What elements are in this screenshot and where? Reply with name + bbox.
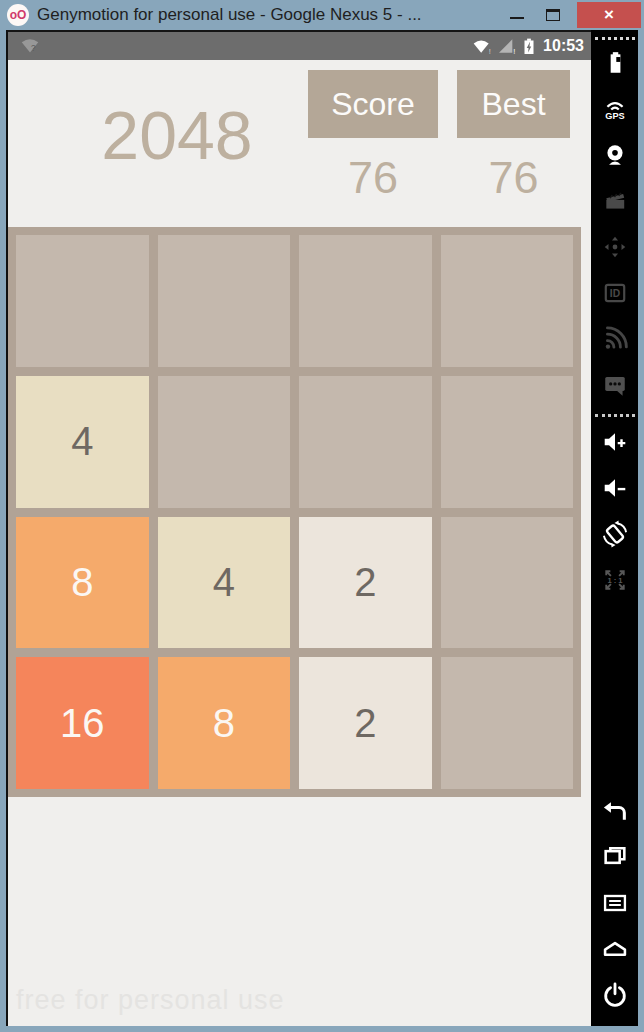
genymotion-logo-icon: oO: [7, 4, 29, 26]
tile-r4c4: [441, 657, 574, 789]
home-icon: [601, 935, 629, 963]
tile-r2c3: [299, 376, 432, 508]
android-back-button[interactable]: [591, 788, 638, 834]
maximize-button[interactable]: [535, 2, 571, 28]
close-button[interactable]: ×: [577, 2, 641, 28]
genymotion-toolbar: GPS: [591, 30, 638, 1026]
menu-icon: [601, 889, 629, 917]
minimize-button[interactable]: [499, 2, 535, 28]
tile-r1c4: [441, 235, 574, 367]
game-board[interactable]: 48421682: [8, 227, 581, 797]
move-tool-button[interactable]: [591, 224, 638, 270]
cell-signal-alert-icon: !: [496, 36, 517, 56]
identifiers-tool-button[interactable]: ID: [591, 270, 638, 316]
move-dpad-icon: [602, 234, 628, 260]
tile-r4c2: 8: [158, 657, 291, 789]
tile-r2c1: 4: [16, 376, 149, 508]
rotate-screen-icon: [601, 520, 629, 548]
volume-down-button[interactable]: [591, 465, 638, 511]
score-value: 76: [308, 152, 438, 204]
gps-icon: GPS: [602, 96, 628, 122]
score-label: Score: [331, 86, 415, 123]
tile-r3c3: 2: [299, 517, 432, 649]
android-home-button[interactable]: [591, 926, 638, 972]
rotate-screen-button[interactable]: [591, 511, 638, 557]
power-button[interactable]: [591, 972, 638, 1018]
toolbar-dotted-divider: [595, 414, 635, 417]
pixel-perfect-button[interactable]: 1 : 1: [591, 557, 638, 603]
svg-text:?: ?: [31, 44, 36, 53]
license-watermark: free for personal use: [16, 985, 285, 1016]
id-icon: ID: [602, 280, 628, 306]
pixel-perfect-icon: 1 : 1: [601, 566, 629, 594]
minimize-icon: [510, 17, 524, 19]
emulator-screen: ? ! ! 10:53 204: [6, 30, 591, 1026]
tile-r1c2: [158, 235, 291, 367]
battery-icon: [602, 50, 628, 76]
window-title: Genymotion for personal use - Google Nex…: [37, 5, 499, 25]
best-label: Best: [481, 86, 545, 123]
tile-r1c1: [16, 235, 149, 367]
android-status-bar: ? ! ! 10:53: [8, 30, 591, 60]
window-titlebar[interactable]: oO Genymotion for personal use - Google …: [0, 0, 644, 30]
broadcast-icon: [602, 326, 628, 352]
svg-text:!: !: [513, 47, 515, 56]
tile-r3c1: 8: [16, 517, 149, 649]
screencast-tool-button[interactable]: [591, 178, 638, 224]
volume-up-button[interactable]: [591, 419, 638, 465]
best-value: 76: [457, 152, 570, 204]
clapperboard-icon: [602, 188, 628, 214]
status-bar-clock: 10:53: [543, 37, 584, 55]
tile-r3c2: 4: [158, 517, 291, 649]
webcam-icon: [602, 142, 628, 168]
network-tool-button[interactable]: [591, 316, 638, 362]
android-menu-button[interactable]: [591, 880, 638, 926]
svg-text:GPS: GPS: [605, 111, 624, 121]
camera-tool-button[interactable]: [591, 132, 638, 178]
score-box: Score: [308, 70, 438, 138]
tile-r4c3: 2: [299, 657, 432, 789]
battery-charging-icon: [520, 36, 538, 57]
recent-apps-icon: [601, 843, 629, 871]
svg-text:!: !: [489, 47, 491, 56]
wifi-alert-icon: !: [471, 36, 493, 56]
tile-r3c4: [441, 517, 574, 649]
genymotion-window: oO Genymotion for personal use - Google …: [0, 0, 644, 1032]
tile-r2c4: [441, 376, 574, 508]
best-box: Best: [457, 70, 570, 138]
tile-r1c3: [299, 235, 432, 367]
game-title: 2048: [32, 96, 322, 174]
android-recents-button[interactable]: [591, 834, 638, 880]
volume-up-icon: [602, 429, 628, 455]
back-icon: [601, 797, 629, 825]
power-icon: [601, 981, 629, 1009]
2048-app: 2048 Score Best 76 76 48421682 free for …: [8, 60, 591, 1026]
tile-r4c1: 16: [16, 657, 149, 789]
svg-text:1 : 1: 1 : 1: [607, 576, 622, 585]
maximize-icon: [546, 9, 560, 21]
tile-r2c2: [158, 376, 291, 508]
gps-tool-button[interactable]: GPS: [591, 86, 638, 132]
wifi-unknown-icon: ?: [18, 35, 42, 57]
volume-down-icon: [602, 475, 628, 501]
close-icon: ×: [604, 5, 614, 25]
messages-tool-button[interactable]: [591, 362, 638, 408]
svg-text:ID: ID: [609, 288, 619, 299]
battery-tool-button[interactable]: [591, 40, 638, 86]
message-bubble-icon: [602, 372, 628, 398]
